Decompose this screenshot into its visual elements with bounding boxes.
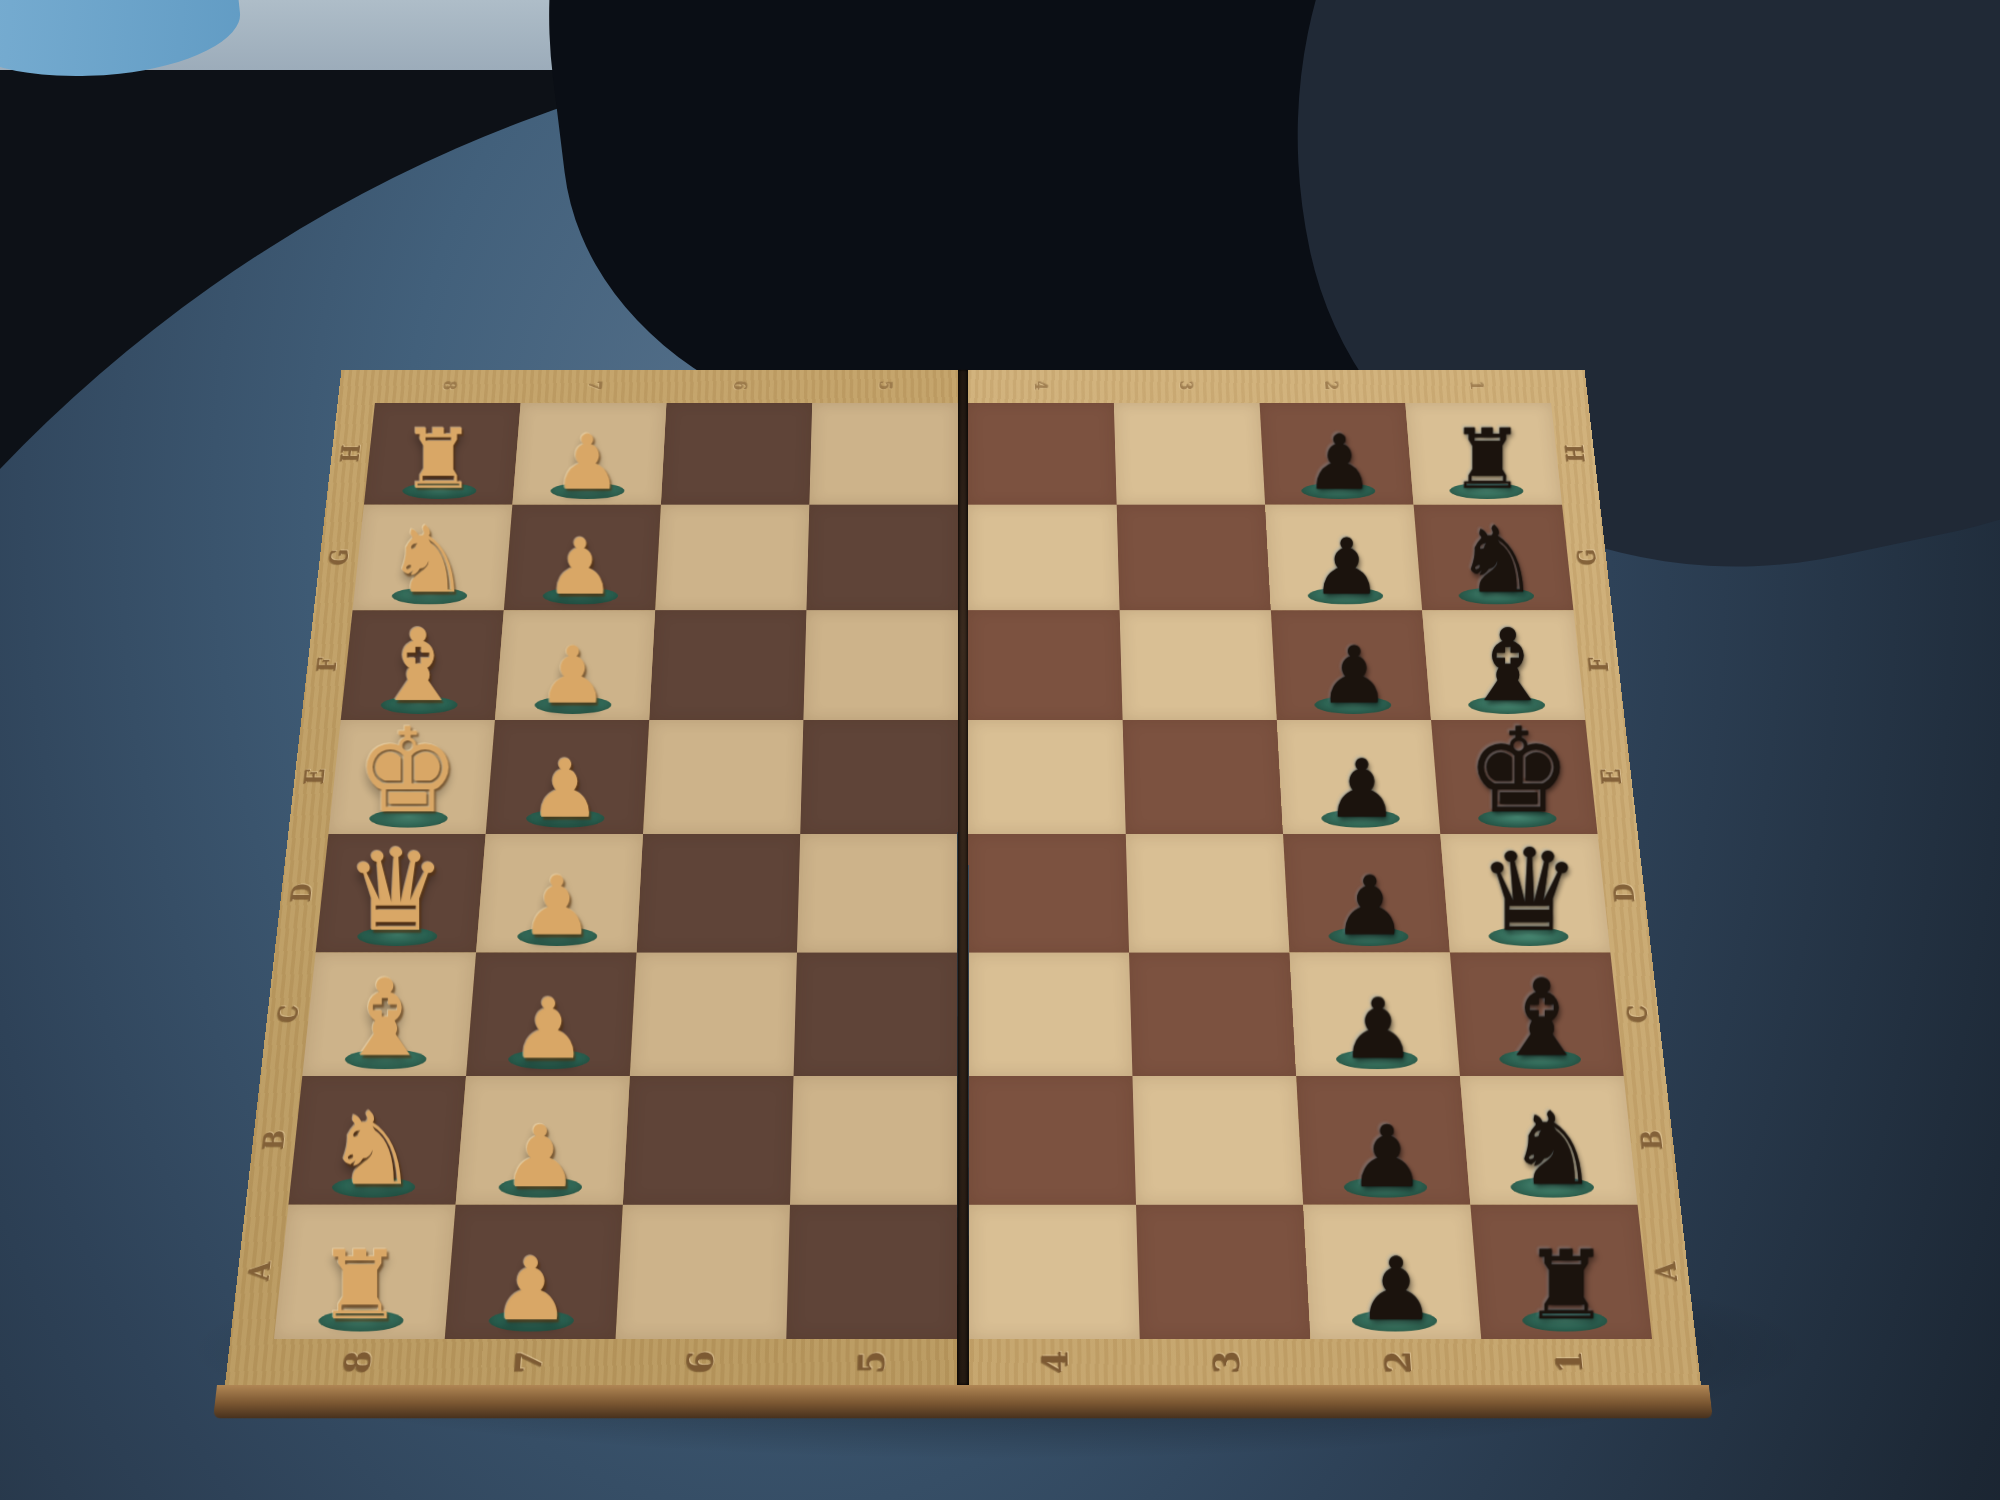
square-e7[interactable]: ♟ xyxy=(1277,720,1440,834)
black-pawn[interactable]: ♟ xyxy=(1348,1114,1425,1199)
white-pawn[interactable]: ♟ xyxy=(537,637,608,716)
square-b2[interactable]: ♟ xyxy=(456,1076,630,1205)
coordinate-letter-A: A xyxy=(1591,1252,1743,1290)
coordinate-number-6: 6 xyxy=(673,1284,725,1442)
coordinate-letter-C: C xyxy=(216,996,361,1031)
near-edge-numbers-right: 4321 xyxy=(969,1341,1657,1383)
coordinate-letter-C: C xyxy=(1565,996,1710,1031)
coordinate-number-5: 5 xyxy=(847,1284,895,1442)
square-f6[interactable] xyxy=(1120,610,1277,720)
square-g5[interactable] xyxy=(968,505,1119,611)
square-h3[interactable] xyxy=(661,403,812,505)
coordinate-letter-D: D xyxy=(1553,876,1695,909)
black-pawn[interactable]: ♟ xyxy=(1318,637,1389,716)
coordinate-letter-D: D xyxy=(230,876,372,909)
coordinate-letter-B: B xyxy=(1578,1122,1726,1158)
square-h7[interactable]: ♟ xyxy=(1260,403,1414,505)
square-b4[interactable] xyxy=(790,1076,957,1205)
square-b5[interactable] xyxy=(969,1076,1136,1205)
coordinate-letter-G: G xyxy=(1520,542,1654,572)
square-c2[interactable]: ♟ xyxy=(466,953,636,1077)
square-e2[interactable]: ♟ xyxy=(486,720,649,834)
photo-scene: 8765 HGFEDCBA ♜♟♞♟♝♟♚♟♛♟♝♟♞♟♜♟ 8765 4321… xyxy=(0,0,2000,1500)
square-e3[interactable] xyxy=(643,720,803,834)
black-pawn[interactable]: ♟ xyxy=(1325,749,1397,829)
coordinate-letter-F: F xyxy=(1531,649,1668,680)
coordinate-letter-H: H xyxy=(285,439,416,467)
square-e6[interactable] xyxy=(1123,720,1283,834)
coordinate-letter-G: G xyxy=(272,542,406,572)
square-e5[interactable] xyxy=(968,720,1125,834)
white-pawn[interactable]: ♟ xyxy=(553,425,621,501)
white-pawn[interactable]: ♟ xyxy=(501,1114,578,1199)
coordinate-number-4: 4 xyxy=(1031,1284,1079,1442)
square-c3[interactable] xyxy=(630,953,797,1077)
board-hinge-seam xyxy=(957,370,969,1385)
square-d4[interactable] xyxy=(797,834,958,953)
chess-board: 8765 HGFEDCBA ♜♟♞♟♝♟♚♟♛♟♝♟♞♟♜♟ 8765 4321… xyxy=(225,370,1701,1385)
square-h2[interactable]: ♟ xyxy=(512,403,666,505)
coordinate-number-3: 3 xyxy=(1200,1284,1252,1442)
square-g2[interactable]: ♟ xyxy=(504,505,661,611)
coordinate-letter-E: E xyxy=(1542,760,1681,792)
square-f7[interactable]: ♟ xyxy=(1271,610,1431,720)
far-edge-numbers-left: 8765 xyxy=(375,371,958,400)
square-b7[interactable]: ♟ xyxy=(1296,1076,1470,1205)
coordinate-letter-B: B xyxy=(200,1122,348,1158)
black-pawn[interactable]: ♟ xyxy=(1305,425,1373,501)
square-c6[interactable] xyxy=(1129,953,1296,1077)
square-d5[interactable] xyxy=(968,834,1129,953)
square-d7[interactable]: ♟ xyxy=(1283,834,1450,953)
square-c5[interactable] xyxy=(969,953,1133,1077)
board-right-half: 4321 HGFEDCBA ♟♜♟♞♟♝♟♚♟♛♟♝♟♞♟♜ 4321 xyxy=(968,370,1701,1385)
square-g4[interactable] xyxy=(806,505,957,611)
square-f5[interactable] xyxy=(968,610,1122,720)
square-h5[interactable] xyxy=(968,403,1117,505)
coordinate-letter-H: H xyxy=(1510,439,1641,467)
near-edge-numbers-left: 8765 xyxy=(269,1341,957,1383)
square-d6[interactable] xyxy=(1126,834,1290,953)
square-b6[interactable] xyxy=(1132,1076,1303,1205)
white-pawn[interactable]: ♟ xyxy=(511,987,586,1071)
white-pawn[interactable]: ♟ xyxy=(529,749,601,829)
square-b3[interactable] xyxy=(623,1076,794,1205)
coordinate-letter-E: E xyxy=(245,760,384,792)
square-g3[interactable] xyxy=(655,505,809,611)
black-pawn[interactable]: ♟ xyxy=(1340,987,1415,1071)
board-left-half: 8765 HGFEDCBA ♜♟♞♟♝♟♚♟♛♟♝♟♞♟♜♟ 8765 xyxy=(225,370,958,1385)
square-h6[interactable] xyxy=(1114,403,1265,505)
black-pawn[interactable]: ♟ xyxy=(1333,866,1407,948)
square-g6[interactable] xyxy=(1117,505,1271,611)
square-c4[interactable] xyxy=(794,953,958,1077)
coordinate-letter-A: A xyxy=(184,1252,336,1290)
square-e4[interactable] xyxy=(800,720,957,834)
white-pawn[interactable]: ♟ xyxy=(545,529,614,606)
square-d3[interactable] xyxy=(637,834,801,953)
square-g7[interactable]: ♟ xyxy=(1265,505,1422,611)
coordinate-letter-F: F xyxy=(259,649,396,680)
square-f2[interactable]: ♟ xyxy=(495,610,655,720)
far-edge-numbers-right: 4321 xyxy=(968,371,1551,400)
square-f4[interactable] xyxy=(803,610,957,720)
white-pawn[interactable]: ♟ xyxy=(520,866,594,948)
square-h4[interactable] xyxy=(809,403,958,505)
blue-fabric-sliver xyxy=(0,0,245,91)
black-pawn[interactable]: ♟ xyxy=(1312,529,1381,606)
square-f3[interactable] xyxy=(649,610,806,720)
square-c7[interactable]: ♟ xyxy=(1289,953,1459,1077)
square-d2[interactable]: ♟ xyxy=(476,834,643,953)
